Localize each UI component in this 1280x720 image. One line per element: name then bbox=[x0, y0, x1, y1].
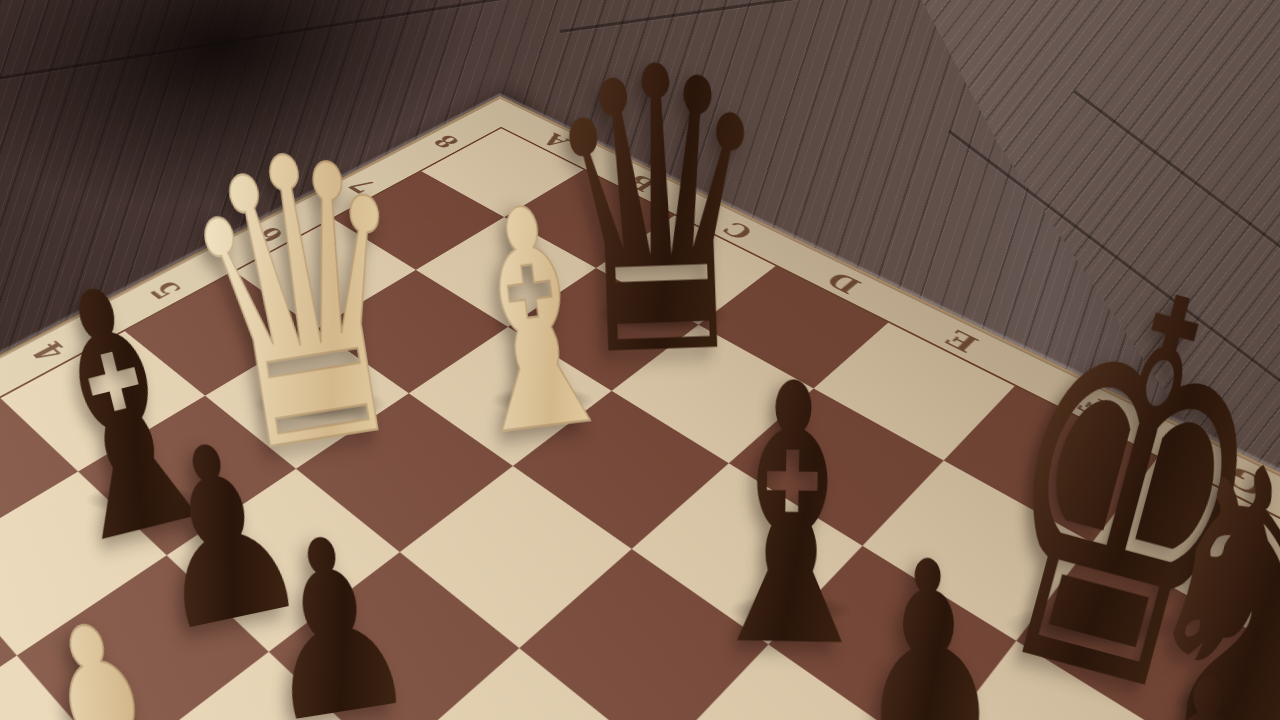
scene: ABCDEFGH 87654321 ♛♚♝♟♝♛♝♟♟♟♞♟ bbox=[0, 0, 1280, 720]
black-pawn-d2[interactable]: ♟ bbox=[343, 690, 536, 720]
black-pawn-glyph: ♟ bbox=[853, 530, 1004, 720]
black-pawn-glyph: ♟ bbox=[1110, 640, 1280, 720]
pieces-layer: ♛♚♝♟♝♛♝♟♟♟♞♟ bbox=[0, 0, 1280, 720]
black-pawn-f7[interactable]: ♟ bbox=[930, 706, 1114, 720]
